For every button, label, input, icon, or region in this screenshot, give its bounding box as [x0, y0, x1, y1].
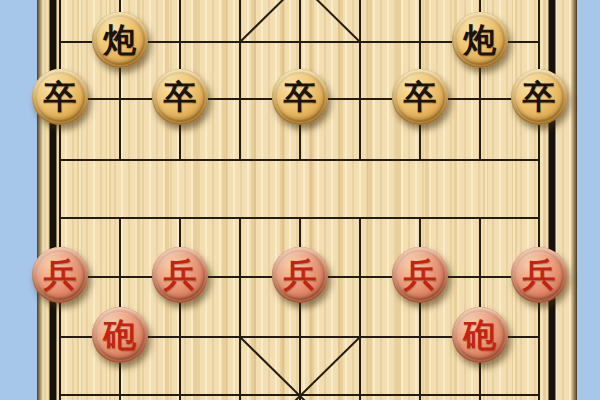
- pieces-layer: 炮炮卒卒卒卒卒兵兵兵兵兵砲砲: [0, 0, 600, 400]
- piece-character: 卒: [523, 81, 556, 114]
- piece-black-soldier[interactable]: 卒: [152, 69, 208, 125]
- piece-character: 兵: [44, 259, 77, 292]
- piece-character: 炮: [104, 24, 137, 57]
- piece-black-cannon[interactable]: 炮: [452, 12, 508, 68]
- piece-black-soldier[interactable]: 卒: [511, 69, 567, 125]
- piece-red-cannon[interactable]: 砲: [92, 307, 148, 363]
- piece-character: 卒: [164, 81, 197, 114]
- piece-red-soldier[interactable]: 兵: [392, 247, 448, 303]
- piece-character: 卒: [284, 81, 317, 114]
- piece-character: 炮: [464, 24, 497, 57]
- piece-character: 兵: [404, 259, 437, 292]
- xiangqi-game-screen: 炮炮卒卒卒卒卒兵兵兵兵兵砲砲: [0, 0, 600, 400]
- piece-character: 卒: [404, 81, 437, 114]
- piece-red-cannon[interactable]: 砲: [452, 307, 508, 363]
- piece-character: 兵: [284, 259, 317, 292]
- piece-character: 兵: [523, 259, 556, 292]
- piece-character: 砲: [464, 319, 497, 352]
- piece-red-soldier[interactable]: 兵: [32, 247, 88, 303]
- piece-black-cannon[interactable]: 炮: [92, 12, 148, 68]
- piece-character: 兵: [164, 259, 197, 292]
- piece-black-soldier[interactable]: 卒: [392, 69, 448, 125]
- piece-character: 卒: [44, 81, 77, 114]
- piece-red-soldier[interactable]: 兵: [152, 247, 208, 303]
- piece-character: 砲: [104, 319, 137, 352]
- piece-red-soldier[interactable]: 兵: [272, 247, 328, 303]
- piece-black-soldier[interactable]: 卒: [32, 69, 88, 125]
- piece-red-soldier[interactable]: 兵: [511, 247, 567, 303]
- piece-black-soldier[interactable]: 卒: [272, 69, 328, 125]
